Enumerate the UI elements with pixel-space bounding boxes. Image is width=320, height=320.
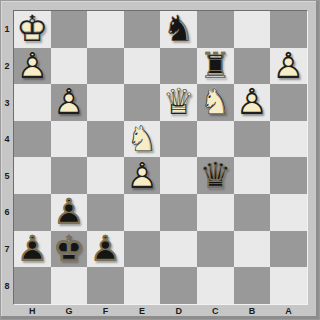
chess-board: ♚♔♞♘♟♙♜♖♟♙♟♙♛♕♞♘♟♙♞♘♟♙♛♕♟♙♟♙♚♔♟♙ <box>13 10 308 305</box>
square-a1[interactable] <box>270 11 307 48</box>
square-h6[interactable] <box>14 194 51 231</box>
square-c6[interactable] <box>197 194 234 231</box>
square-c1[interactable] <box>197 11 234 48</box>
square-h8[interactable] <box>14 267 51 304</box>
square-d3[interactable]: ♛♕ <box>160 84 197 121</box>
square-b8[interactable] <box>234 267 271 304</box>
square-d6[interactable] <box>160 194 197 231</box>
square-b6[interactable] <box>234 194 271 231</box>
square-a5[interactable] <box>270 157 307 194</box>
square-h4[interactable] <box>14 121 51 158</box>
square-e4[interactable]: ♞♘ <box>124 121 161 158</box>
square-a7[interactable] <box>270 231 307 268</box>
square-f3[interactable] <box>87 84 124 121</box>
square-b5[interactable] <box>234 157 271 194</box>
square-a3[interactable] <box>270 84 307 121</box>
rank-label-4: 4 <box>2 133 12 145</box>
rank-label-6: 6 <box>2 206 12 218</box>
file-label-b: B <box>234 305 271 317</box>
square-e3[interactable] <box>124 84 161 121</box>
square-h5[interactable] <box>14 157 51 194</box>
square-d5[interactable] <box>160 157 197 194</box>
square-g8[interactable] <box>51 267 88 304</box>
square-g3[interactable]: ♟♙ <box>51 84 88 121</box>
rank-label-3: 3 <box>2 97 12 109</box>
rank-label-7: 7 <box>2 243 12 255</box>
square-g4[interactable] <box>51 121 88 158</box>
square-e2[interactable] <box>124 48 161 85</box>
square-e1[interactable] <box>124 11 161 48</box>
file-label-h: H <box>14 305 51 317</box>
square-h7[interactable]: ♟♙ <box>14 231 51 268</box>
square-g7[interactable]: ♚♔ <box>51 231 88 268</box>
file-label-g: G <box>51 305 88 317</box>
file-label-c: C <box>197 305 234 317</box>
square-f4[interactable] <box>87 121 124 158</box>
square-b4[interactable] <box>234 121 271 158</box>
square-h1[interactable]: ♚♔ <box>14 11 51 48</box>
rank-label-1: 1 <box>2 23 12 35</box>
square-b3[interactable]: ♟♙ <box>234 84 271 121</box>
file-label-e: E <box>124 305 161 317</box>
square-a4[interactable] <box>270 121 307 158</box>
square-a6[interactable] <box>270 194 307 231</box>
square-g6[interactable]: ♟♙ <box>51 194 88 231</box>
rank-label-5: 5 <box>2 170 12 182</box>
square-d1[interactable]: ♞♘ <box>160 11 197 48</box>
square-d2[interactable] <box>160 48 197 85</box>
square-f7[interactable]: ♟♙ <box>87 231 124 268</box>
square-g1[interactable] <box>51 11 88 48</box>
square-h2[interactable]: ♟♙ <box>14 48 51 85</box>
square-c7[interactable] <box>197 231 234 268</box>
square-e6[interactable] <box>124 194 161 231</box>
square-h3[interactable] <box>14 84 51 121</box>
square-e5[interactable]: ♟♙ <box>124 157 161 194</box>
square-g5[interactable] <box>51 157 88 194</box>
square-b7[interactable] <box>234 231 271 268</box>
square-b1[interactable] <box>234 11 271 48</box>
square-f1[interactable] <box>87 11 124 48</box>
rank-label-8: 8 <box>2 280 12 292</box>
square-e7[interactable] <box>124 231 161 268</box>
square-f5[interactable] <box>87 157 124 194</box>
square-d7[interactable] <box>160 231 197 268</box>
square-g2[interactable] <box>51 48 88 85</box>
square-f6[interactable] <box>87 194 124 231</box>
square-c3[interactable]: ♞♘ <box>197 84 234 121</box>
square-c5[interactable]: ♛♕ <box>197 157 234 194</box>
square-a8[interactable] <box>270 267 307 304</box>
file-label-a: A <box>270 305 307 317</box>
file-label-d: D <box>160 305 197 317</box>
square-e8[interactable] <box>124 267 161 304</box>
square-b2[interactable] <box>234 48 271 85</box>
file-label-f: F <box>87 305 124 317</box>
chess-diagram-frame: ♚♔♞♘♟♙♜♖♟♙♟♙♛♕♞♘♟♙♞♘♟♙♛♕♟♙♟♙♚♔♟♙ 1234567… <box>0 0 320 320</box>
square-f8[interactable] <box>87 267 124 304</box>
square-c4[interactable] <box>197 121 234 158</box>
square-c2[interactable]: ♜♖ <box>197 48 234 85</box>
square-d4[interactable] <box>160 121 197 158</box>
rank-label-2: 2 <box>2 60 12 72</box>
square-c8[interactable] <box>197 267 234 304</box>
square-a2[interactable]: ♟♙ <box>270 48 307 85</box>
square-d8[interactable] <box>160 267 197 304</box>
square-f2[interactable] <box>87 48 124 85</box>
